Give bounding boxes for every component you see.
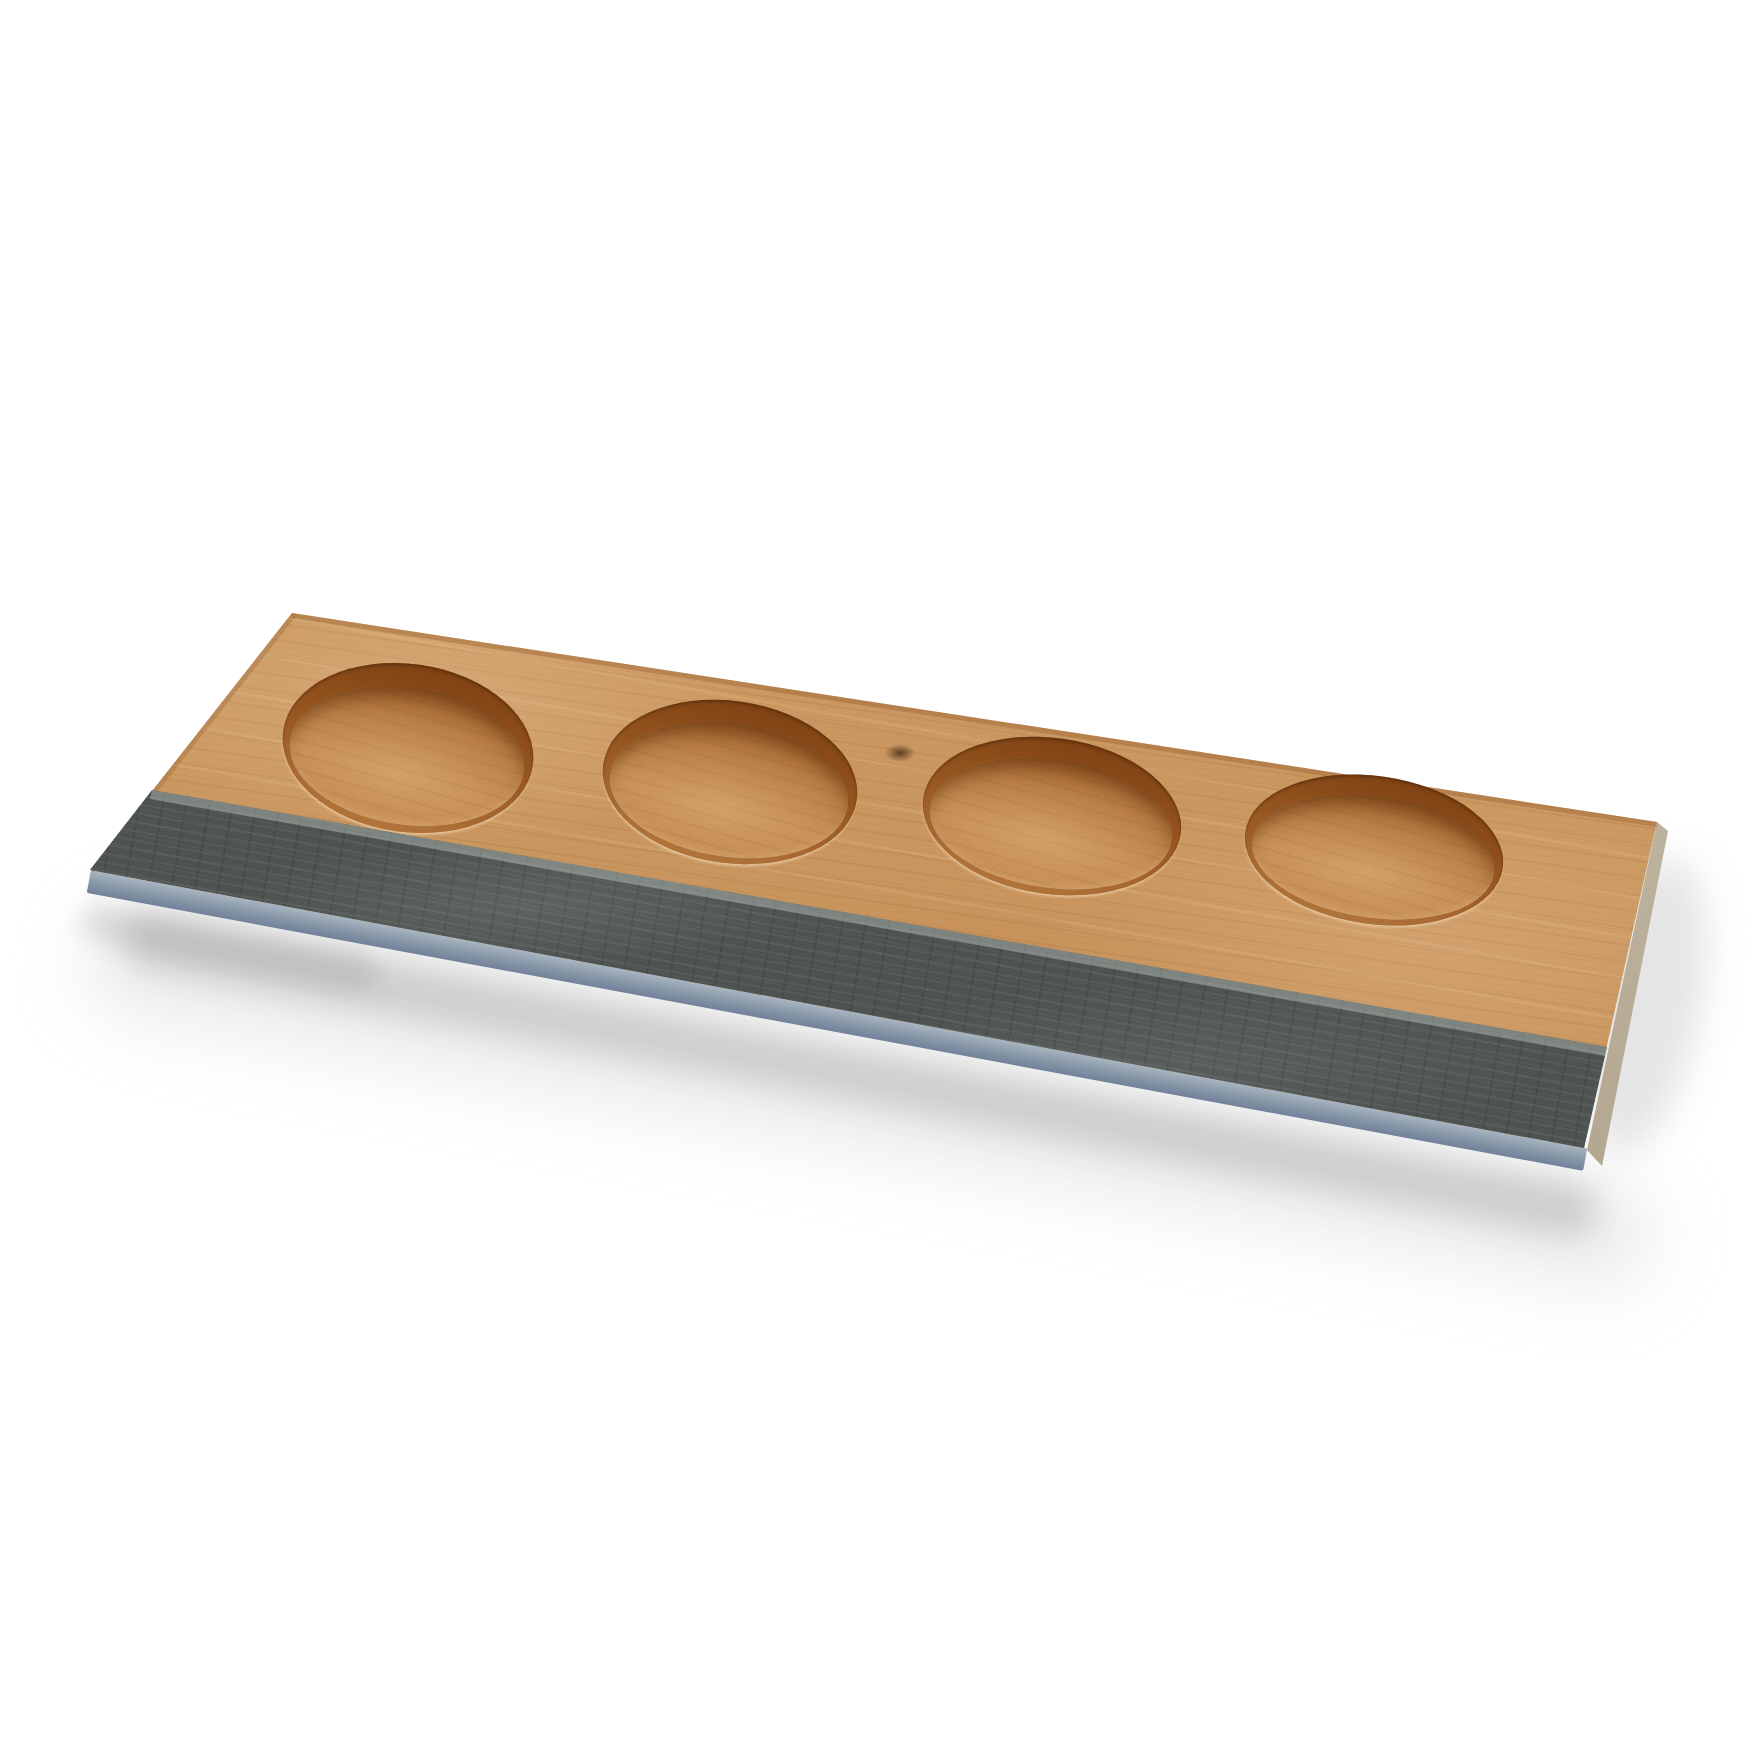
product-photo-stage	[0, 0, 1750, 1750]
